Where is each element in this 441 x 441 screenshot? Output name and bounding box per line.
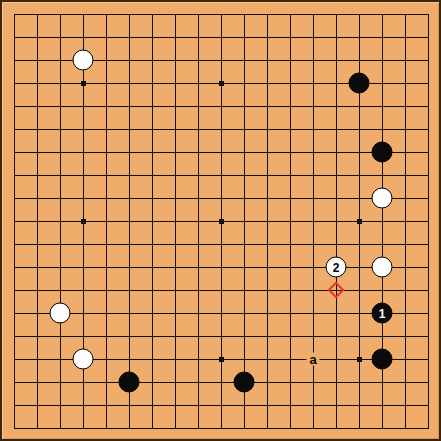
stone-white[interactable] <box>372 188 393 209</box>
grid-line-horizontal <box>14 336 429 337</box>
grid-line-vertical <box>244 14 245 429</box>
stone-black[interactable] <box>372 349 393 370</box>
go-diagram: 12a <box>0 0 441 441</box>
star-point <box>219 219 224 224</box>
grid-line-horizontal <box>14 382 429 383</box>
star-point <box>81 81 86 86</box>
stone-black[interactable] <box>349 73 370 94</box>
stone-white[interactable] <box>73 50 94 71</box>
grid-line-vertical <box>336 14 337 429</box>
stone-white[interactable] <box>50 303 71 324</box>
grid-line-vertical <box>313 14 314 429</box>
star-point <box>219 81 224 86</box>
stone-white[interactable] <box>73 349 94 370</box>
stone-black-move-1[interactable]: 1 <box>372 303 393 324</box>
stone-white-move-2[interactable]: 2 <box>326 257 347 278</box>
grid-line-vertical <box>267 14 268 429</box>
stone-black[interactable] <box>372 142 393 163</box>
stone-black[interactable] <box>119 372 140 393</box>
stone-white[interactable] <box>372 257 393 278</box>
grid-line-vertical <box>405 14 406 429</box>
grid-line-horizontal <box>14 267 429 268</box>
grid-line-horizontal <box>14 313 429 314</box>
star-point <box>357 219 362 224</box>
star-point <box>357 357 362 362</box>
star-point <box>81 219 86 224</box>
grid-line-horizontal <box>14 428 429 429</box>
point-label-a[interactable]: a <box>306 353 319 366</box>
grid-line-vertical <box>428 14 429 429</box>
star-point <box>219 357 224 362</box>
grid-line-horizontal <box>14 405 429 406</box>
grid-line-vertical <box>290 14 291 429</box>
grid-line-horizontal <box>14 244 429 245</box>
stone-black[interactable] <box>234 372 255 393</box>
grid-line-horizontal <box>14 290 429 291</box>
